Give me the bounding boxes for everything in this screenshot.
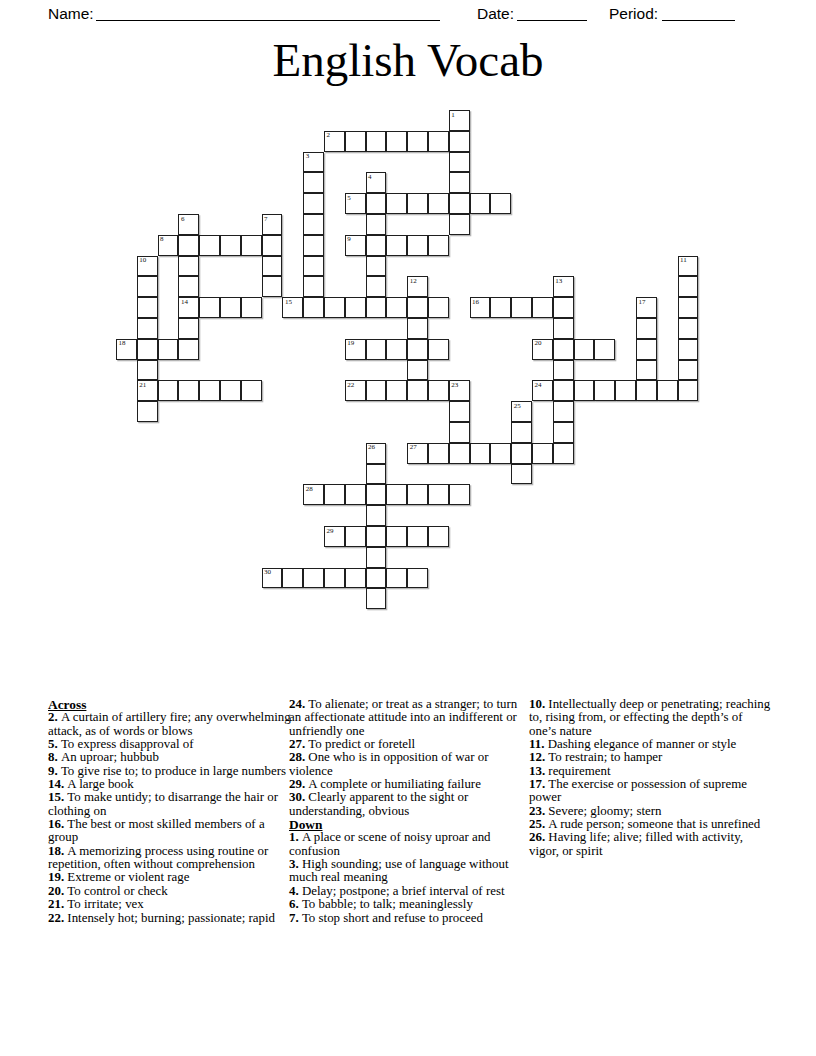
clue-item: 16. The best or most skilled members of … — [48, 818, 291, 845]
grid-cell[interactable] — [282, 568, 303, 589]
grid-cell[interactable] — [366, 484, 387, 505]
grid-cell[interactable]: 26 — [366, 443, 387, 464]
grid-cell[interactable]: 16 — [470, 297, 491, 318]
clues-column-3: 10. Intellectually deep or penetrating; … — [529, 698, 772, 858]
grid-cell[interactable] — [137, 318, 158, 339]
grid-cell[interactable] — [407, 380, 428, 401]
cell-number: 28 — [306, 486, 313, 493]
grid-cell[interactable] — [636, 360, 657, 381]
clue-item: 27. To predict or foretell — [289, 738, 532, 751]
grid-cell[interactable] — [449, 193, 470, 214]
clue-item: 26. Having life; alive; filled with acti… — [529, 831, 772, 858]
date-label: Date: — [477, 4, 514, 24]
cell-number: 29 — [327, 528, 334, 535]
grid-cell[interactable] — [449, 484, 470, 505]
grid-cell[interactable] — [158, 339, 179, 360]
clue-item: 15. To make untidy; to disarrange the ha… — [48, 791, 291, 818]
grid-cell[interactable] — [428, 339, 449, 360]
grid-cell[interactable]: 13 — [553, 276, 574, 297]
grid-cell[interactable] — [262, 276, 283, 297]
grid-cell[interactable] — [615, 380, 636, 401]
cell-number: 6 — [181, 216, 185, 223]
grid-cell[interactable] — [386, 297, 407, 318]
clue-item: 6. To babble; to talk; meaninglessly — [289, 898, 532, 911]
clue-item: 4. Delay; postpone; a brief interval of … — [289, 885, 532, 898]
cell-number: 12 — [410, 278, 417, 285]
cell-number: 21 — [139, 382, 146, 389]
grid-cell[interactable] — [470, 443, 491, 464]
grid-cell[interactable] — [470, 193, 491, 214]
grid-cell[interactable] — [303, 568, 324, 589]
grid-cell[interactable] — [178, 276, 199, 297]
grid-cell[interactable] — [303, 297, 324, 318]
grid-cell[interactable] — [241, 297, 262, 318]
grid-cell[interactable] — [574, 380, 595, 401]
grid-cell[interactable] — [511, 297, 532, 318]
grid-cell[interactable] — [428, 443, 449, 464]
clue-item: 30. Clearly apparent to the sight or und… — [289, 791, 532, 818]
grid-cell[interactable] — [594, 380, 615, 401]
clue-item: 3. High sounding; use of language withou… — [289, 858, 532, 885]
clue-item: 19. Extreme or violent rage — [48, 871, 291, 884]
clue-item: 14. A large book — [48, 778, 291, 791]
clue-item: 10. Intellectually deep or penetrating; … — [529, 698, 772, 738]
grid-cell[interactable] — [678, 360, 699, 381]
grid-cell[interactable]: 25 — [511, 401, 532, 422]
grid-cell[interactable] — [407, 526, 428, 547]
clue-item: 28. One who is in opposition of war or v… — [289, 751, 532, 778]
clue-item: 29. A complete or humiliating failure — [289, 778, 532, 791]
cell-number: 10 — [139, 257, 146, 264]
grid-cell[interactable]: 6 — [178, 214, 199, 235]
grid-cell[interactable] — [220, 297, 241, 318]
clue-item: 18. A memorizing process using routine o… — [48, 845, 291, 872]
down-header: Down — [289, 818, 532, 831]
grid-cell[interactable] — [366, 131, 387, 152]
grid-cell[interactable] — [386, 339, 407, 360]
grid-cell[interactable] — [428, 193, 449, 214]
cell-number: 3 — [306, 153, 310, 160]
clue-item: 1. A place or scene of noisy uproar and … — [289, 831, 532, 858]
grid-cell[interactable] — [137, 297, 158, 318]
grid-cell[interactable] — [345, 484, 366, 505]
grid-cell[interactable] — [449, 131, 470, 152]
grid-cell[interactable] — [366, 214, 387, 235]
grid-cell[interactable] — [303, 172, 324, 193]
grid-cell[interactable] — [303, 256, 324, 277]
clue-item: 20. To control or check — [48, 885, 291, 898]
grid-cell[interactable]: 1 — [449, 110, 470, 131]
grid-cell[interactable] — [178, 339, 199, 360]
cell-number: 16 — [472, 299, 479, 306]
grid-cell[interactable] — [303, 214, 324, 235]
clue-item: 2. A curtain of artillery fire; any over… — [48, 711, 291, 738]
cell-number: 23 — [451, 382, 458, 389]
grid-cell[interactable] — [366, 568, 387, 589]
grid-cell[interactable] — [428, 297, 449, 318]
page-title: English Vocab — [0, 34, 816, 86]
grid-cell[interactable] — [449, 214, 470, 235]
clue-item: 24. To alienate; or treat as a stranger;… — [289, 698, 532, 738]
grid-cell[interactable] — [449, 401, 470, 422]
grid-cell[interactable] — [158, 380, 179, 401]
grid-cell[interactable] — [386, 568, 407, 589]
grid-cell[interactable] — [199, 235, 220, 256]
grid-cell[interactable] — [428, 484, 449, 505]
grid-cell[interactable] — [553, 422, 574, 443]
grid-cell[interactable]: 15 — [282, 297, 303, 318]
clue-item: 23. Severe; gloomy; stern — [529, 805, 772, 818]
grid-cell[interactable]: 27 — [407, 443, 428, 464]
grid-cell[interactable] — [386, 380, 407, 401]
grid-cell[interactable] — [137, 401, 158, 422]
period-blank-line[interactable] — [662, 4, 735, 21]
cell-number: 7 — [264, 216, 268, 223]
date-blank-line[interactable] — [517, 4, 587, 21]
period-label: Period: — [609, 4, 658, 24]
grid-cell[interactable] — [303, 193, 324, 214]
grid-cell[interactable]: 21 — [137, 380, 158, 401]
cell-number: 9 — [347, 236, 351, 243]
grid-cell[interactable] — [636, 380, 657, 401]
cell-number: 2 — [327, 132, 331, 139]
grid-cell[interactable] — [303, 276, 324, 297]
grid-cell[interactable] — [553, 443, 574, 464]
grid-cell[interactable] — [407, 318, 428, 339]
across-header: Across — [48, 698, 291, 711]
cell-number: 18 — [119, 340, 126, 347]
grid-cell[interactable] — [511, 422, 532, 443]
crossword-worksheet: { "header": { "name_label": "Name:", "da… — [0, 0, 816, 1056]
grid-cell[interactable]: 2 — [324, 131, 345, 152]
grid-cell[interactable] — [428, 235, 449, 256]
grid-cell[interactable] — [678, 339, 699, 360]
grid-cell[interactable] — [366, 276, 387, 297]
grid-cell[interactable] — [490, 297, 511, 318]
grid-cell[interactable] — [594, 339, 615, 360]
grid-cell[interactable] — [199, 380, 220, 401]
grid-cell[interactable] — [407, 360, 428, 381]
grid-cell[interactable] — [345, 131, 366, 152]
grid-cell[interactable]: 4 — [366, 172, 387, 193]
grid-cell[interactable]: 17 — [636, 297, 657, 318]
grid-cell[interactable] — [407, 131, 428, 152]
grid-cell[interactable] — [553, 318, 574, 339]
grid-cell[interactable]: 19 — [345, 339, 366, 360]
grid-cell[interactable] — [511, 464, 532, 485]
grid-cell[interactable] — [220, 380, 241, 401]
grid-cell[interactable]: 20 — [532, 339, 553, 360]
grid-cell[interactable] — [532, 443, 553, 464]
grid-cell[interactable] — [407, 297, 428, 318]
grid-cell[interactable] — [428, 380, 449, 401]
cell-number: 26 — [368, 444, 375, 451]
grid-cell[interactable] — [678, 380, 699, 401]
grid-cell[interactable] — [511, 443, 532, 464]
grid-cell[interactable] — [678, 297, 699, 318]
grid-cell[interactable]: 8 — [158, 235, 179, 256]
clue-item: 8. An uproar; hubbub — [48, 751, 291, 764]
clue-item: 25. A rude person; someone that is unref… — [529, 818, 772, 831]
clue-item: 22. Intensely hot; burning; passionate; … — [48, 912, 291, 925]
grid-cell[interactable] — [553, 297, 574, 318]
grid-cell[interactable] — [386, 193, 407, 214]
cell-number: 14 — [181, 299, 188, 306]
grid-cell[interactable] — [407, 193, 428, 214]
name-label: Name: — [48, 4, 94, 24]
grid-cell[interactable] — [532, 297, 553, 318]
clue-item: 11. Dashing elegance of manner or style — [529, 738, 772, 751]
grid-cell[interactable]: 30 — [262, 568, 283, 589]
grid-cell[interactable] — [241, 380, 262, 401]
grid-cell[interactable] — [366, 505, 387, 526]
cell-number: 20 — [535, 340, 542, 347]
grid-cell[interactable] — [324, 568, 345, 589]
grid-cell[interactable] — [449, 443, 470, 464]
grid-cell[interactable] — [553, 339, 574, 360]
grid-cell[interactable] — [490, 443, 511, 464]
grid-cell[interactable] — [366, 235, 387, 256]
grid-cell[interactable]: 5 — [345, 193, 366, 214]
grid-cell[interactable] — [178, 235, 199, 256]
cell-number: 13 — [555, 278, 562, 285]
clue-item: 7. To stop short and refuse to proceed — [289, 912, 532, 925]
grid-cell[interactable] — [449, 152, 470, 173]
grid-cell[interactable]: 28 — [303, 484, 324, 505]
grid-cell[interactable] — [366, 339, 387, 360]
cell-number: 24 — [535, 382, 542, 389]
grid-cell[interactable]: 3 — [303, 152, 324, 173]
grid-cell[interactable] — [636, 318, 657, 339]
grid-cell[interactable]: 29 — [324, 526, 345, 547]
crossword-grid: 1234567891011121314151617181920212223242… — [116, 110, 699, 610]
grid-cell[interactable] — [220, 235, 241, 256]
clues-column-1: Across2. A curtain of artillery fire; an… — [48, 698, 291, 925]
grid-cell[interactable] — [386, 526, 407, 547]
cell-number: 15 — [285, 299, 292, 306]
name-blank-line[interactable] — [96, 4, 440, 21]
grid-cell[interactable] — [386, 484, 407, 505]
grid-cell[interactable]: 22 — [345, 380, 366, 401]
grid-cell[interactable] — [657, 380, 678, 401]
grid-cell[interactable] — [366, 297, 387, 318]
cell-number: 1 — [451, 112, 455, 119]
grid-cell[interactable] — [366, 193, 387, 214]
grid-cell[interactable] — [386, 131, 407, 152]
grid-cell[interactable] — [678, 318, 699, 339]
cell-number: 11 — [680, 257, 687, 264]
grid-cell[interactable] — [553, 380, 574, 401]
grid-cell[interactable] — [178, 380, 199, 401]
grid-cell[interactable]: 23 — [449, 380, 470, 401]
grid-cell[interactable] — [303, 235, 324, 256]
grid-cell[interactable] — [449, 172, 470, 193]
grid-cell[interactable] — [407, 568, 428, 589]
grid-cell[interactable] — [407, 235, 428, 256]
grid-cell[interactable] — [262, 235, 283, 256]
cell-number: 4 — [368, 174, 372, 181]
clue-item: 12. To restrain; to hamper — [529, 751, 772, 764]
cell-number: 27 — [410, 444, 417, 451]
grid-cell[interactable]: 24 — [532, 380, 553, 401]
grid-cell[interactable] — [345, 568, 366, 589]
grid-cell[interactable] — [574, 339, 595, 360]
grid-cell[interactable] — [407, 484, 428, 505]
grid-cell[interactable] — [324, 484, 345, 505]
cell-number: 22 — [347, 382, 354, 389]
grid-cell[interactable] — [366, 380, 387, 401]
grid-cell[interactable] — [428, 526, 449, 547]
grid-cell[interactable] — [345, 297, 366, 318]
cell-number: 5 — [347, 195, 351, 202]
clue-item: 13. requirement — [529, 765, 772, 778]
grid-cell[interactable]: 9 — [345, 235, 366, 256]
clue-item: 17. The exercise or possession of suprem… — [529, 778, 772, 805]
grid-cell[interactable] — [241, 235, 262, 256]
grid-cell[interactable] — [386, 235, 407, 256]
grid-cell[interactable] — [449, 422, 470, 443]
grid-cell[interactable] — [553, 360, 574, 381]
grid-cell[interactable] — [178, 256, 199, 277]
grid-cell[interactable] — [366, 526, 387, 547]
grid-cell[interactable] — [137, 339, 158, 360]
grid-cell[interactable]: 10 — [137, 256, 158, 277]
grid-cell[interactable] — [262, 256, 283, 277]
grid-cell[interactable] — [178, 318, 199, 339]
grid-cell[interactable] — [407, 339, 428, 360]
grid-cell[interactable] — [366, 256, 387, 277]
cell-number: 17 — [639, 299, 646, 306]
cell-number: 8 — [160, 236, 164, 243]
grid-cell[interactable] — [490, 193, 511, 214]
clue-item: 5. To express disapproval of — [48, 738, 291, 751]
grid-cell[interactable] — [678, 276, 699, 297]
grid-cell[interactable] — [366, 464, 387, 485]
grid-cell[interactable]: 11 — [678, 256, 699, 277]
grid-cell[interactable]: 12 — [407, 276, 428, 297]
grid-cell[interactable] — [366, 547, 387, 568]
grid-cell[interactable] — [428, 131, 449, 152]
grid-cell[interactable]: 14 — [178, 297, 199, 318]
grid-cell[interactable]: 7 — [262, 214, 283, 235]
grid-cell[interactable] — [345, 526, 366, 547]
grid-cell[interactable] — [636, 339, 657, 360]
grid-cell[interactable] — [324, 297, 345, 318]
clue-item: 21. To irritate; vex — [48, 898, 291, 911]
grid-cell[interactable] — [199, 297, 220, 318]
grid-cell[interactable] — [137, 276, 158, 297]
grid-cell[interactable] — [137, 360, 158, 381]
cell-number: 19 — [347, 340, 354, 347]
cell-number: 25 — [514, 403, 521, 410]
clues-column-2: 24. To alienate; or treat as a stranger;… — [289, 698, 532, 925]
clue-item: 9. To give rise to; to produce in large … — [48, 765, 291, 778]
cell-number: 30 — [264, 569, 271, 576]
grid-cell[interactable] — [366, 588, 387, 609]
grid-cell[interactable] — [553, 401, 574, 422]
grid-cell[interactable]: 18 — [116, 339, 137, 360]
